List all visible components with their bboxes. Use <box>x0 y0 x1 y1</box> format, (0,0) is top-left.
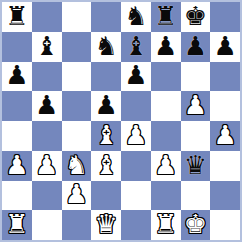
square-b8[interactable] <box>32 2 62 32</box>
piece-white-bishop: ♝ <box>94 122 117 148</box>
square-e3[interactable] <box>121 151 151 181</box>
piece-black-pawn: ♟ <box>94 92 117 118</box>
square-f5[interactable] <box>151 91 181 121</box>
piece-white-rook: ♜ <box>5 211 28 237</box>
square-d8[interactable] <box>91 2 121 32</box>
square-g4[interactable] <box>181 121 211 151</box>
square-a5[interactable] <box>2 91 32 121</box>
square-g8[interactable]: ♚ <box>181 2 211 32</box>
piece-black-knight: ♞ <box>94 33 117 59</box>
piece-black-pawn: ♟ <box>35 92 58 118</box>
square-e6[interactable]: ♟ <box>121 62 151 92</box>
piece-white-pawn: ♟ <box>154 152 177 178</box>
square-a1[interactable]: ♜ <box>2 210 32 240</box>
square-c8[interactable] <box>62 2 92 32</box>
piece-black-knight: ♞ <box>124 3 147 29</box>
square-d2[interactable] <box>91 181 121 211</box>
square-b3[interactable]: ♟ <box>32 151 62 181</box>
piece-white-pawn: ♟ <box>5 152 28 178</box>
square-f6[interactable] <box>151 62 181 92</box>
square-a7[interactable] <box>2 32 32 62</box>
square-d1[interactable]: ♛ <box>91 210 121 240</box>
square-g5[interactable]: ♟ <box>181 91 211 121</box>
piece-black-pawn: ♟ <box>154 33 177 59</box>
square-a6[interactable]: ♟ <box>2 62 32 92</box>
piece-white-pawn: ♟ <box>213 122 236 148</box>
square-g7[interactable]: ♟ <box>181 32 211 62</box>
square-f7[interactable]: ♟ <box>151 32 181 62</box>
piece-white-pawn: ♟ <box>65 181 88 207</box>
piece-white-queen: ♛ <box>94 211 117 237</box>
square-c7[interactable] <box>62 32 92 62</box>
piece-white-pawn: ♟ <box>184 92 207 118</box>
piece-black-rook: ♜ <box>5 3 28 29</box>
square-e5[interactable] <box>121 91 151 121</box>
square-h7[interactable]: ♟ <box>210 32 240 62</box>
square-a3[interactable]: ♟ <box>2 151 32 181</box>
piece-black-pawn: ♟ <box>213 33 236 59</box>
square-c5[interactable] <box>62 91 92 121</box>
square-d4[interactable]: ♝ <box>91 121 121 151</box>
square-b1[interactable] <box>32 210 62 240</box>
piece-black-pawn: ♟ <box>124 62 147 88</box>
piece-white-knight: ♞ <box>65 152 88 178</box>
square-c2[interactable]: ♟ <box>62 181 92 211</box>
square-a4[interactable] <box>2 121 32 151</box>
square-f1[interactable]: ♜ <box>151 210 181 240</box>
square-h6[interactable] <box>210 62 240 92</box>
square-a8[interactable]: ♜ <box>2 2 32 32</box>
square-b4[interactable] <box>32 121 62 151</box>
square-h8[interactable] <box>210 2 240 32</box>
square-h1[interactable] <box>210 210 240 240</box>
square-f3[interactable]: ♟ <box>151 151 181 181</box>
square-b5[interactable]: ♟ <box>32 91 62 121</box>
square-h5[interactable] <box>210 91 240 121</box>
square-c4[interactable] <box>62 121 92 151</box>
piece-white-bishop: ♝ <box>94 152 117 178</box>
square-a2[interactable] <box>2 181 32 211</box>
square-d6[interactable] <box>91 62 121 92</box>
square-g2[interactable] <box>181 181 211 211</box>
square-d5[interactable]: ♟ <box>91 91 121 121</box>
square-f2[interactable] <box>151 181 181 211</box>
piece-white-king: ♚ <box>184 211 207 237</box>
square-h2[interactable] <box>210 181 240 211</box>
piece-black-bishop: ♝ <box>35 33 58 59</box>
square-c6[interactable] <box>62 62 92 92</box>
square-e4[interactable]: ♟ <box>121 121 151 151</box>
piece-black-pawn: ♟ <box>5 62 28 88</box>
square-g6[interactable] <box>181 62 211 92</box>
square-e7[interactable]: ♝ <box>121 32 151 62</box>
piece-black-queen: ♛ <box>184 152 207 178</box>
square-g1[interactable]: ♚ <box>181 210 211 240</box>
piece-black-rook: ♜ <box>154 3 177 29</box>
square-g3[interactable]: ♛ <box>181 151 211 181</box>
square-e8[interactable]: ♞ <box>121 2 151 32</box>
square-b2[interactable] <box>32 181 62 211</box>
piece-black-bishop: ♝ <box>124 33 147 59</box>
piece-black-king: ♚ <box>184 3 207 29</box>
square-e2[interactable] <box>121 181 151 211</box>
square-f4[interactable] <box>151 121 181 151</box>
piece-white-pawn: ♟ <box>124 122 147 148</box>
square-h4[interactable]: ♟ <box>210 121 240 151</box>
piece-white-rook: ♜ <box>154 211 177 237</box>
square-f8[interactable]: ♜ <box>151 2 181 32</box>
square-c1[interactable] <box>62 210 92 240</box>
square-d7[interactable]: ♞ <box>91 32 121 62</box>
square-b7[interactable]: ♝ <box>32 32 62 62</box>
square-e1[interactable] <box>121 210 151 240</box>
square-c3[interactable]: ♞ <box>62 151 92 181</box>
square-h3[interactable] <box>210 151 240 181</box>
piece-white-pawn: ♟ <box>35 152 58 178</box>
piece-black-pawn: ♟ <box>184 33 207 59</box>
square-d3[interactable]: ♝ <box>91 151 121 181</box>
chess-board: ♜♞♜♚♝♞♝♟♟♟♟♟♟♟♟♝♟♟♟♟♞♝♟♛♟♜♛♜♚ <box>0 0 242 242</box>
square-b6[interactable] <box>32 62 62 92</box>
